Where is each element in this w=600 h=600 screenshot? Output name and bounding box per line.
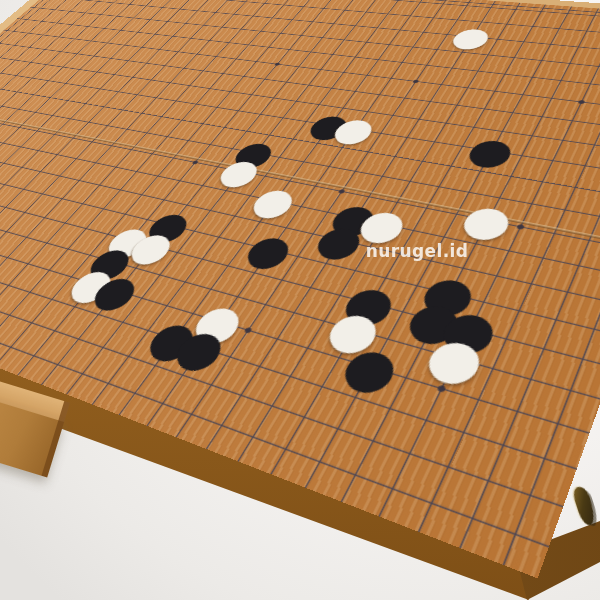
go-stone-white: ● (222, 160, 260, 184)
go-stone-black: ● (471, 139, 512, 164)
go-stone-white: ● (431, 339, 481, 379)
go-board-product-photo: ●●●●●●●●●●●●●●●●●●●●●●●●●●●● nurugel.id (0, 0, 600, 600)
metal-latch (571, 485, 598, 528)
go-stone-white: ● (336, 119, 374, 141)
go-stone-white: ● (255, 188, 295, 214)
go-stone-black: ● (319, 226, 362, 255)
go-stone-black: ● (96, 276, 139, 306)
go-stone-white: ● (466, 206, 510, 235)
watermark: nurugel.id (366, 241, 469, 261)
go-stone-black: ● (178, 330, 225, 366)
go-stone-black: ● (347, 348, 397, 387)
go-stone-white: ● (455, 28, 490, 45)
go-stone-black: ● (249, 236, 292, 265)
